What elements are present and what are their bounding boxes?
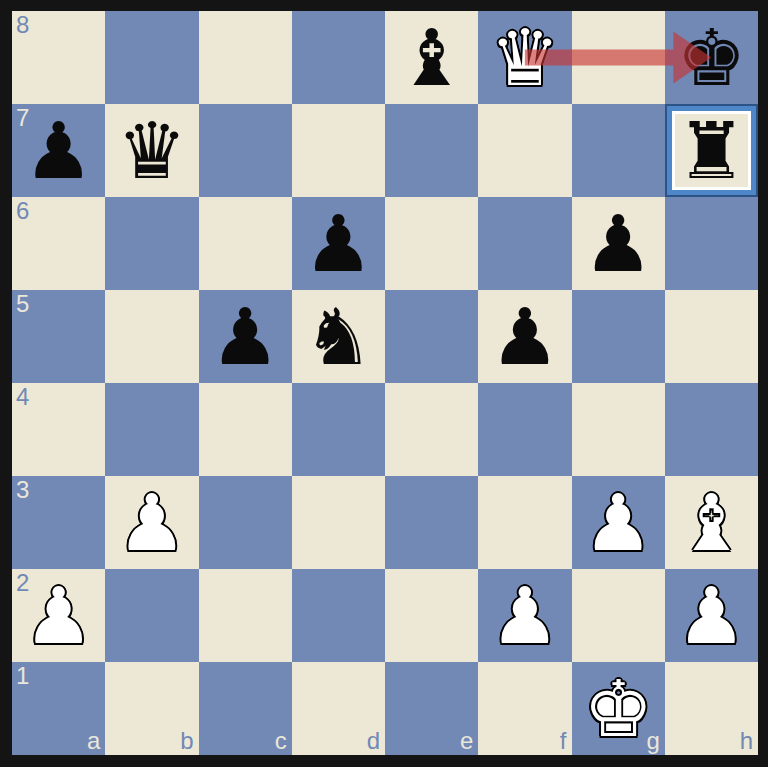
square-a3[interactable]: 3 <box>12 476 105 569</box>
square-g6[interactable]: ♟ <box>572 197 665 290</box>
file-label-h: h <box>740 729 753 753</box>
square-d1[interactable]: d <box>292 662 385 755</box>
square-a7[interactable]: 7♟ <box>12 104 105 197</box>
square-h2[interactable]: ♟ <box>665 569 758 662</box>
square-c8[interactable] <box>199 11 292 104</box>
square-d5[interactable]: ♞ <box>292 290 385 383</box>
app-background: 8♝♛♚7♟♛♜6♟♟5♟♞♟43♟♟♝2♟♟♟1abcdefg♚h <box>0 0 768 767</box>
square-f5[interactable]: ♟ <box>478 290 571 383</box>
rank-label-3: 3 <box>16 478 29 502</box>
file-label-c: c <box>275 729 287 753</box>
piece-white-pawn[interactable]: ♟ <box>583 484 653 562</box>
square-a1[interactable]: 1a <box>12 662 105 755</box>
rank-label-5: 5 <box>16 292 29 316</box>
piece-black-pawn[interactable]: ♟ <box>490 298 560 376</box>
square-c6[interactable] <box>199 197 292 290</box>
square-h7[interactable]: ♜ <box>665 104 758 197</box>
square-b8[interactable] <box>105 11 198 104</box>
piece-white-queen[interactable]: ♛ <box>490 19 560 97</box>
rank-label-4: 4 <box>16 385 29 409</box>
square-c4[interactable] <box>199 383 292 476</box>
file-label-b: b <box>180 729 193 753</box>
file-label-e: e <box>460 729 473 753</box>
rank-label-2: 2 <box>16 571 29 595</box>
square-e7[interactable] <box>385 104 478 197</box>
square-c2[interactable] <box>199 569 292 662</box>
rank-label-7: 7 <box>16 106 29 130</box>
square-f4[interactable] <box>478 383 571 476</box>
square-b5[interactable] <box>105 290 198 383</box>
square-a6[interactable]: 6 <box>12 197 105 290</box>
square-g8[interactable] <box>572 11 665 104</box>
piece-white-pawn[interactable]: ♟ <box>490 577 560 655</box>
rank-label-8: 8 <box>16 13 29 37</box>
square-e6[interactable] <box>385 197 478 290</box>
square-e1[interactable]: e <box>385 662 478 755</box>
piece-black-queen[interactable]: ♛ <box>117 112 187 190</box>
file-label-a: a <box>87 729 100 753</box>
square-h6[interactable] <box>665 197 758 290</box>
square-d8[interactable] <box>292 11 385 104</box>
chess-board: 8♝♛♚7♟♛♜6♟♟5♟♞♟43♟♟♝2♟♟♟1abcdefg♚h <box>12 11 758 755</box>
piece-white-pawn[interactable]: ♟ <box>117 484 187 562</box>
square-a8[interactable]: 8 <box>12 11 105 104</box>
square-h5[interactable] <box>665 290 758 383</box>
piece-black-pawn[interactable]: ♟ <box>303 205 373 283</box>
piece-black-pawn[interactable]: ♟ <box>24 112 94 190</box>
square-f8[interactable]: ♛ <box>478 11 571 104</box>
square-d3[interactable] <box>292 476 385 569</box>
square-g1[interactable]: g♚ <box>572 662 665 755</box>
square-b4[interactable] <box>105 383 198 476</box>
square-a5[interactable]: 5 <box>12 290 105 383</box>
square-b6[interactable] <box>105 197 198 290</box>
square-e5[interactable] <box>385 290 478 383</box>
piece-black-rook[interactable]: ♜ <box>676 112 746 190</box>
file-label-g: g <box>646 729 659 753</box>
rank-label-1: 1 <box>16 664 29 688</box>
square-f2[interactable]: ♟ <box>478 569 571 662</box>
square-c1[interactable]: c <box>199 662 292 755</box>
square-h3[interactable]: ♝ <box>665 476 758 569</box>
square-f3[interactable] <box>478 476 571 569</box>
piece-black-pawn[interactable]: ♟ <box>583 205 653 283</box>
square-d6[interactable]: ♟ <box>292 197 385 290</box>
piece-black-bishop[interactable]: ♝ <box>397 19 467 97</box>
piece-white-pawn[interactable]: ♟ <box>24 577 94 655</box>
file-label-f: f <box>560 729 567 753</box>
square-f7[interactable] <box>478 104 571 197</box>
square-g5[interactable] <box>572 290 665 383</box>
square-d4[interactable] <box>292 383 385 476</box>
square-b1[interactable]: b <box>105 662 198 755</box>
square-f1[interactable]: f <box>478 662 571 755</box>
square-g4[interactable] <box>572 383 665 476</box>
square-d7[interactable] <box>292 104 385 197</box>
square-b7[interactable]: ♛ <box>105 104 198 197</box>
square-g2[interactable] <box>572 569 665 662</box>
file-label-d: d <box>367 729 380 753</box>
square-g3[interactable]: ♟ <box>572 476 665 569</box>
square-g7[interactable] <box>572 104 665 197</box>
square-c5[interactable]: ♟ <box>199 290 292 383</box>
square-c7[interactable] <box>199 104 292 197</box>
square-e4[interactable] <box>385 383 478 476</box>
piece-black-knight[interactable]: ♞ <box>303 298 373 376</box>
rank-label-6: 6 <box>16 199 29 223</box>
square-b2[interactable] <box>105 569 198 662</box>
square-a4[interactable]: 4 <box>12 383 105 476</box>
square-f6[interactable] <box>478 197 571 290</box>
piece-white-king[interactable]: ♚ <box>583 670 653 748</box>
piece-white-bishop[interactable]: ♝ <box>676 484 746 562</box>
square-c3[interactable] <box>199 476 292 569</box>
piece-black-king[interactable]: ♚ <box>676 19 746 97</box>
piece-black-pawn[interactable]: ♟ <box>210 298 280 376</box>
square-a2[interactable]: 2♟ <box>12 569 105 662</box>
square-e3[interactable] <box>385 476 478 569</box>
square-b3[interactable]: ♟ <box>105 476 198 569</box>
square-h8[interactable]: ♚ <box>665 11 758 104</box>
square-h4[interactable] <box>665 383 758 476</box>
square-e8[interactable]: ♝ <box>385 11 478 104</box>
square-e2[interactable] <box>385 569 478 662</box>
square-d2[interactable] <box>292 569 385 662</box>
square-h1[interactable]: h <box>665 662 758 755</box>
piece-white-pawn[interactable]: ♟ <box>676 577 746 655</box>
